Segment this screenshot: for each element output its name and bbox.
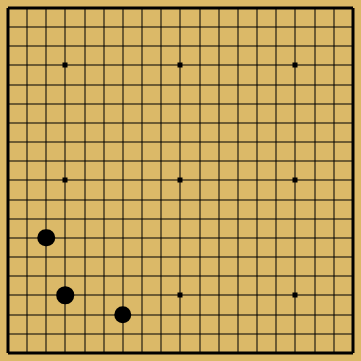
intersection-j12[interactable] (152, 133, 171, 152)
intersection-b4[interactable] (18, 286, 37, 305)
intersection-d1[interactable] (56, 343, 75, 361)
intersection-o19[interactable] (247, 0, 266, 18)
intersection-g13[interactable] (113, 113, 132, 132)
intersection-r9[interactable] (305, 190, 324, 209)
intersection-l4[interactable] (190, 286, 209, 305)
intersection-d12[interactable] (56, 133, 75, 152)
intersection-q8[interactable] (286, 209, 305, 228)
intersection-j8[interactable] (152, 209, 171, 228)
intersection-s5[interactable] (324, 267, 343, 286)
intersection-t7[interactable] (343, 228, 361, 247)
intersection-c18[interactable] (37, 18, 56, 37)
intersection-g18[interactable] (113, 18, 132, 37)
intersection-p10[interactable] (267, 171, 286, 190)
intersection-g16[interactable] (113, 56, 132, 75)
intersection-c12[interactable] (37, 133, 56, 152)
intersection-e17[interactable] (75, 37, 94, 56)
intersection-f18[interactable] (94, 18, 113, 37)
intersection-a6[interactable] (0, 247, 18, 266)
intersection-t15[interactable] (343, 75, 361, 94)
intersection-p9[interactable] (267, 190, 286, 209)
intersection-a8[interactable] (0, 209, 18, 228)
intersection-l12[interactable] (190, 133, 209, 152)
intersection-r12[interactable] (305, 133, 324, 152)
intersection-h3[interactable] (133, 305, 152, 324)
intersection-o18[interactable] (247, 18, 266, 37)
intersection-t6[interactable] (343, 247, 361, 266)
intersection-h18[interactable] (133, 18, 152, 37)
intersection-p15[interactable] (267, 75, 286, 94)
intersection-l6[interactable] (190, 247, 209, 266)
intersection-g3[interactable] (113, 305, 132, 324)
intersection-o11[interactable] (247, 152, 266, 171)
intersection-h5[interactable] (133, 267, 152, 286)
intersection-a7[interactable] (0, 228, 18, 247)
intersection-e2[interactable] (75, 324, 94, 343)
intersection-p12[interactable] (267, 133, 286, 152)
intersection-s18[interactable] (324, 18, 343, 37)
intersection-c7[interactable] (37, 228, 56, 247)
intersection-p14[interactable] (267, 94, 286, 113)
intersection-k5[interactable] (171, 267, 190, 286)
intersection-f11[interactable] (94, 152, 113, 171)
intersection-j13[interactable] (152, 113, 171, 132)
intersection-q12[interactable] (286, 133, 305, 152)
intersection-m5[interactable] (209, 267, 228, 286)
intersection-n5[interactable] (228, 267, 247, 286)
intersection-f6[interactable] (94, 247, 113, 266)
intersection-m7[interactable] (209, 228, 228, 247)
intersection-s19[interactable] (324, 0, 343, 18)
intersection-e7[interactable] (75, 228, 94, 247)
intersection-t3[interactable] (343, 305, 361, 324)
intersection-t9[interactable] (343, 190, 361, 209)
intersection-b12[interactable] (18, 133, 37, 152)
intersection-b7[interactable] (18, 228, 37, 247)
intersection-a13[interactable] (0, 113, 18, 132)
intersection-r17[interactable] (305, 37, 324, 56)
intersection-q4[interactable] (286, 286, 305, 305)
intersection-q10[interactable] (286, 171, 305, 190)
intersection-b14[interactable] (18, 94, 37, 113)
intersection-f17[interactable] (94, 37, 113, 56)
intersection-r5[interactable] (305, 267, 324, 286)
intersection-g1[interactable] (113, 343, 132, 361)
intersection-b8[interactable] (18, 209, 37, 228)
intersection-n19[interactable] (228, 0, 247, 18)
intersection-l8[interactable] (190, 209, 209, 228)
intersection-t19[interactable] (343, 0, 361, 18)
intersection-a3[interactable] (0, 305, 18, 324)
intersection-s12[interactable] (324, 133, 343, 152)
intersection-k14[interactable] (171, 94, 190, 113)
intersection-j7[interactable] (152, 228, 171, 247)
intersection-r14[interactable] (305, 94, 324, 113)
intersection-j18[interactable] (152, 18, 171, 37)
intersection-q2[interactable] (286, 324, 305, 343)
intersection-s13[interactable] (324, 113, 343, 132)
intersection-n15[interactable] (228, 75, 247, 94)
intersection-k9[interactable] (171, 190, 190, 209)
intersection-c11[interactable] (37, 152, 56, 171)
intersection-a1[interactable] (0, 343, 18, 361)
intersection-l7[interactable] (190, 228, 209, 247)
intersection-l15[interactable] (190, 75, 209, 94)
intersection-e12[interactable] (75, 133, 94, 152)
intersection-m12[interactable] (209, 133, 228, 152)
intersection-d13[interactable] (56, 113, 75, 132)
intersection-d19[interactable] (56, 0, 75, 18)
intersection-r3[interactable] (305, 305, 324, 324)
intersection-n18[interactable] (228, 18, 247, 37)
intersection-m3[interactable] (209, 305, 228, 324)
intersection-p13[interactable] (267, 113, 286, 132)
intersection-d14[interactable] (56, 94, 75, 113)
intersection-q5[interactable] (286, 267, 305, 286)
intersection-c9[interactable] (37, 190, 56, 209)
intersection-g12[interactable] (113, 133, 132, 152)
intersection-c19[interactable] (37, 0, 56, 18)
intersection-j9[interactable] (152, 190, 171, 209)
intersection-q15[interactable] (286, 75, 305, 94)
intersection-p7[interactable] (267, 228, 286, 247)
intersection-g2[interactable] (113, 324, 132, 343)
intersection-s17[interactable] (324, 37, 343, 56)
intersection-t5[interactable] (343, 267, 361, 286)
intersection-f3[interactable] (94, 305, 113, 324)
intersection-t18[interactable] (343, 18, 361, 37)
intersection-r13[interactable] (305, 113, 324, 132)
intersection-h7[interactable] (133, 228, 152, 247)
intersection-t17[interactable] (343, 37, 361, 56)
intersection-l2[interactable] (190, 324, 209, 343)
intersection-k11[interactable] (171, 152, 190, 171)
intersection-f5[interactable] (94, 267, 113, 286)
intersection-b1[interactable] (18, 343, 37, 361)
intersection-g9[interactable] (113, 190, 132, 209)
intersection-e18[interactable] (75, 18, 94, 37)
intersection-q14[interactable] (286, 94, 305, 113)
intersection-c10[interactable] (37, 171, 56, 190)
intersection-l18[interactable] (190, 18, 209, 37)
intersection-l3[interactable] (190, 305, 209, 324)
intersection-b18[interactable] (18, 18, 37, 37)
intersection-k1[interactable] (171, 343, 190, 361)
intersection-p1[interactable] (267, 343, 286, 361)
intersection-h19[interactable] (133, 0, 152, 18)
intersection-f4[interactable] (94, 286, 113, 305)
intersection-s1[interactable] (324, 343, 343, 361)
intersection-l1[interactable] (190, 343, 209, 361)
intersection-k19[interactable] (171, 0, 190, 18)
intersection-t10[interactable] (343, 171, 361, 190)
intersection-k4[interactable] (171, 286, 190, 305)
intersection-s10[interactable] (324, 171, 343, 190)
intersection-o6[interactable] (247, 247, 266, 266)
intersection-p16[interactable] (267, 56, 286, 75)
intersection-n1[interactable] (228, 343, 247, 361)
intersection-b17[interactable] (18, 37, 37, 56)
intersection-d11[interactable] (56, 152, 75, 171)
intersection-l10[interactable] (190, 171, 209, 190)
intersection-k6[interactable] (171, 247, 190, 266)
intersection-j17[interactable] (152, 37, 171, 56)
intersection-l14[interactable] (190, 94, 209, 113)
intersection-k8[interactable] (171, 209, 190, 228)
intersection-h13[interactable] (133, 113, 152, 132)
intersection-o5[interactable] (247, 267, 266, 286)
intersection-c2[interactable] (37, 324, 56, 343)
intersection-o14[interactable] (247, 94, 266, 113)
intersection-h1[interactable] (133, 343, 152, 361)
intersection-g17[interactable] (113, 37, 132, 56)
intersection-l17[interactable] (190, 37, 209, 56)
intersection-k10[interactable] (171, 171, 190, 190)
intersection-t13[interactable] (343, 113, 361, 132)
intersection-j11[interactable] (152, 152, 171, 171)
intersection-b19[interactable] (18, 0, 37, 18)
intersection-p5[interactable] (267, 267, 286, 286)
intersection-n4[interactable] (228, 286, 247, 305)
intersection-d17[interactable] (56, 37, 75, 56)
intersection-f1[interactable] (94, 343, 113, 361)
intersection-m15[interactable] (209, 75, 228, 94)
intersection-d10[interactable] (56, 171, 75, 190)
intersection-j6[interactable] (152, 247, 171, 266)
intersection-e19[interactable] (75, 0, 94, 18)
intersection-s11[interactable] (324, 152, 343, 171)
intersection-m13[interactable] (209, 113, 228, 132)
intersection-r2[interactable] (305, 324, 324, 343)
intersection-r19[interactable] (305, 0, 324, 18)
intersection-k2[interactable] (171, 324, 190, 343)
intersection-o4[interactable] (247, 286, 266, 305)
intersection-p11[interactable] (267, 152, 286, 171)
intersection-e1[interactable] (75, 343, 94, 361)
intersection-n10[interactable] (228, 171, 247, 190)
intersection-a14[interactable] (0, 94, 18, 113)
intersection-m9[interactable] (209, 190, 228, 209)
intersection-h2[interactable] (133, 324, 152, 343)
intersection-f7[interactable] (94, 228, 113, 247)
intersection-q9[interactable] (286, 190, 305, 209)
intersection-n17[interactable] (228, 37, 247, 56)
intersection-o1[interactable] (247, 343, 266, 361)
intersection-r18[interactable] (305, 18, 324, 37)
intersection-a15[interactable] (0, 75, 18, 94)
intersection-q13[interactable] (286, 113, 305, 132)
intersection-c6[interactable] (37, 247, 56, 266)
intersection-e11[interactable] (75, 152, 94, 171)
intersection-r11[interactable] (305, 152, 324, 171)
intersection-c3[interactable] (37, 305, 56, 324)
intersection-l19[interactable] (190, 0, 209, 18)
intersection-d8[interactable] (56, 209, 75, 228)
intersection-n14[interactable] (228, 94, 247, 113)
intersection-h14[interactable] (133, 94, 152, 113)
intersection-o7[interactable] (247, 228, 266, 247)
intersection-h11[interactable] (133, 152, 152, 171)
intersection-a16[interactable] (0, 56, 18, 75)
intersection-s9[interactable] (324, 190, 343, 209)
intersection-d3[interactable] (56, 305, 75, 324)
intersection-k7[interactable] (171, 228, 190, 247)
intersection-p4[interactable] (267, 286, 286, 305)
intersection-b2[interactable] (18, 324, 37, 343)
intersection-r7[interactable] (305, 228, 324, 247)
intersection-m14[interactable] (209, 94, 228, 113)
intersection-b15[interactable] (18, 75, 37, 94)
intersection-c8[interactable] (37, 209, 56, 228)
intersection-a2[interactable] (0, 324, 18, 343)
intersection-m6[interactable] (209, 247, 228, 266)
intersection-c5[interactable] (37, 267, 56, 286)
intersection-g8[interactable] (113, 209, 132, 228)
intersection-o2[interactable] (247, 324, 266, 343)
intersection-k16[interactable] (171, 56, 190, 75)
intersection-j19[interactable] (152, 0, 171, 18)
intersection-h8[interactable] (133, 209, 152, 228)
intersection-s8[interactable] (324, 209, 343, 228)
intersection-r8[interactable] (305, 209, 324, 228)
intersection-j1[interactable] (152, 343, 171, 361)
intersection-e5[interactable] (75, 267, 94, 286)
intersection-q7[interactable] (286, 228, 305, 247)
intersection-j15[interactable] (152, 75, 171, 94)
intersection-n7[interactable] (228, 228, 247, 247)
intersection-k13[interactable] (171, 113, 190, 132)
intersection-j4[interactable] (152, 286, 171, 305)
intersection-n3[interactable] (228, 305, 247, 324)
intersection-c1[interactable] (37, 343, 56, 361)
intersection-j5[interactable] (152, 267, 171, 286)
intersection-o8[interactable] (247, 209, 266, 228)
intersection-r4[interactable] (305, 286, 324, 305)
intersection-f19[interactable] (94, 0, 113, 18)
intersection-e9[interactable] (75, 190, 94, 209)
intersection-m16[interactable] (209, 56, 228, 75)
intersection-s15[interactable] (324, 75, 343, 94)
intersection-m18[interactable] (209, 18, 228, 37)
intersection-b6[interactable] (18, 247, 37, 266)
intersection-t8[interactable] (343, 209, 361, 228)
intersection-k3[interactable] (171, 305, 190, 324)
intersection-h10[interactable] (133, 171, 152, 190)
intersection-l13[interactable] (190, 113, 209, 132)
intersection-g15[interactable] (113, 75, 132, 94)
intersection-b16[interactable] (18, 56, 37, 75)
intersection-h4[interactable] (133, 286, 152, 305)
intersection-a4[interactable] (0, 286, 18, 305)
intersection-n12[interactable] (228, 133, 247, 152)
intersection-h6[interactable] (133, 247, 152, 266)
intersection-g6[interactable] (113, 247, 132, 266)
intersection-r1[interactable] (305, 343, 324, 361)
intersection-p19[interactable] (267, 0, 286, 18)
intersection-d6[interactable] (56, 247, 75, 266)
intersection-d15[interactable] (56, 75, 75, 94)
intersection-f2[interactable] (94, 324, 113, 343)
intersection-m10[interactable] (209, 171, 228, 190)
intersection-q3[interactable] (286, 305, 305, 324)
intersection-s4[interactable] (324, 286, 343, 305)
intersection-m19[interactable] (209, 0, 228, 18)
intersection-m1[interactable] (209, 343, 228, 361)
intersection-n6[interactable] (228, 247, 247, 266)
intersection-f9[interactable] (94, 190, 113, 209)
intersection-f16[interactable] (94, 56, 113, 75)
intersection-g11[interactable] (113, 152, 132, 171)
intersection-t2[interactable] (343, 324, 361, 343)
intersection-q16[interactable] (286, 56, 305, 75)
intersection-a11[interactable] (0, 152, 18, 171)
intersection-t1[interactable] (343, 343, 361, 361)
intersection-k18[interactable] (171, 18, 190, 37)
intersection-l16[interactable] (190, 56, 209, 75)
intersection-l9[interactable] (190, 190, 209, 209)
intersection-t16[interactable] (343, 56, 361, 75)
intersection-d18[interactable] (56, 18, 75, 37)
intersection-p6[interactable] (267, 247, 286, 266)
intersection-r6[interactable] (305, 247, 324, 266)
intersection-a9[interactable] (0, 190, 18, 209)
intersection-e6[interactable] (75, 247, 94, 266)
intersection-t11[interactable] (343, 152, 361, 171)
intersection-b13[interactable] (18, 113, 37, 132)
intersection-e10[interactable] (75, 171, 94, 190)
intersection-k12[interactable] (171, 133, 190, 152)
intersection-e16[interactable] (75, 56, 94, 75)
intersection-n13[interactable] (228, 113, 247, 132)
intersection-g19[interactable] (113, 0, 132, 18)
intersection-h15[interactable] (133, 75, 152, 94)
intersection-d5[interactable] (56, 267, 75, 286)
intersection-j3[interactable] (152, 305, 171, 324)
intersection-e8[interactable] (75, 209, 94, 228)
intersection-e3[interactable] (75, 305, 94, 324)
intersection-e15[interactable] (75, 75, 94, 94)
intersection-f12[interactable] (94, 133, 113, 152)
intersection-m2[interactable] (209, 324, 228, 343)
intersection-j16[interactable] (152, 56, 171, 75)
intersection-f8[interactable] (94, 209, 113, 228)
intersection-m8[interactable] (209, 209, 228, 228)
intersection-o3[interactable] (247, 305, 266, 324)
intersection-p18[interactable] (267, 18, 286, 37)
intersection-d16[interactable] (56, 56, 75, 75)
intersection-o13[interactable] (247, 113, 266, 132)
intersection-j10[interactable] (152, 171, 171, 190)
intersection-o10[interactable] (247, 171, 266, 190)
intersection-f15[interactable] (94, 75, 113, 94)
intersection-j14[interactable] (152, 94, 171, 113)
intersection-b10[interactable] (18, 171, 37, 190)
intersection-m17[interactable] (209, 37, 228, 56)
intersection-s16[interactable] (324, 56, 343, 75)
intersection-q6[interactable] (286, 247, 305, 266)
intersection-r16[interactable] (305, 56, 324, 75)
intersection-o15[interactable] (247, 75, 266, 94)
intersection-o16[interactable] (247, 56, 266, 75)
intersection-g5[interactable] (113, 267, 132, 286)
intersection-h12[interactable] (133, 133, 152, 152)
intersection-g10[interactable] (113, 171, 132, 190)
intersection-a19[interactable] (0, 0, 18, 18)
intersection-o12[interactable] (247, 133, 266, 152)
intersection-c14[interactable] (37, 94, 56, 113)
intersection-s3[interactable] (324, 305, 343, 324)
intersection-m11[interactable] (209, 152, 228, 171)
